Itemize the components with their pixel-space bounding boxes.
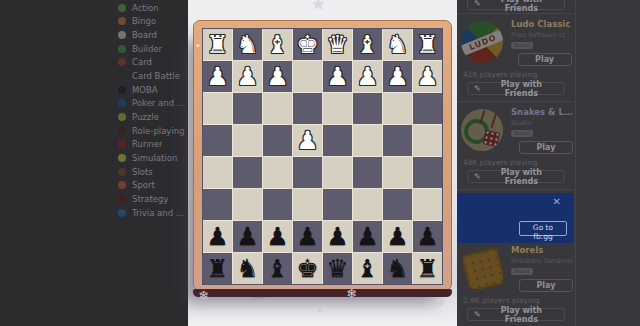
category-label: Simulation: [132, 153, 177, 163]
category-label: Poker and Table: [132, 98, 188, 108]
sidebar-item-bingo[interactable]: Bingo: [118, 15, 156, 27]
pencil-icon: ✎: [474, 0, 481, 8]
sidebar-item-poker-and-table[interactable]: Poker and Table: [118, 97, 188, 109]
play-button[interactable]: Play: [518, 53, 572, 66]
square-d2[interactable]: ♟: [323, 61, 352, 92]
category-badge: Board: [511, 268, 533, 275]
category-badge: Board: [511, 42, 533, 49]
square-g6[interactable]: [233, 189, 262, 220]
white-rook[interactable]: ♜: [413, 29, 442, 60]
sidebar-item-card[interactable]: Card: [118, 56, 152, 68]
square-e5[interactable]: [293, 157, 322, 188]
square-d1[interactable]: ♛: [323, 29, 352, 60]
play-button[interactable]: Play: [519, 279, 573, 292]
square-e6[interactable]: [293, 189, 322, 220]
sidebar-item-sport[interactable]: Sport: [118, 179, 155, 191]
square-h3[interactable]: [203, 93, 232, 124]
square-b6[interactable]: [383, 189, 412, 220]
square-a8[interactable]: ♜: [413, 253, 442, 284]
snakes-ladders-icon[interactable]: [461, 109, 503, 151]
square-c1[interactable]: ♝: [353, 29, 382, 60]
white-bishop[interactable]: ♝: [353, 29, 382, 60]
category-icon: [118, 17, 126, 25]
square-a3[interactable]: [413, 93, 442, 124]
square-e7[interactable]: ♟: [293, 221, 322, 252]
square-e2[interactable]: [293, 61, 322, 92]
sidebar-item-moba[interactable]: MOBA: [118, 84, 158, 96]
white-pawn[interactable]: ♟: [383, 61, 412, 92]
play-with-friends-label: Play with Friends: [485, 168, 558, 186]
square-b1[interactable]: ♞: [383, 29, 412, 60]
category-icon: [118, 140, 126, 148]
black-pawn[interactable]: ♟: [383, 221, 412, 252]
square-b5[interactable]: [383, 157, 412, 188]
game-title[interactable]: Morels: [511, 245, 573, 255]
black-queen[interactable]: ♛: [323, 253, 352, 284]
players-count: 2.9K players playing: [463, 296, 571, 305]
square-f5[interactable]: [263, 157, 292, 188]
square-f3[interactable]: [263, 93, 292, 124]
play-with-friends-button[interactable]: ✎Play with Friends: [467, 0, 565, 10]
chess-board-frame: ♜♞♝♚♛♝♞♜♟♟♟♟♟♟♟♟♟♟♟♟♟♟♟♟♜♞♝♚♛♝♞♜: [193, 20, 452, 291]
play-with-friends-button[interactable]: ✎Play with Friends: [467, 82, 565, 95]
black-king[interactable]: ♚: [293, 253, 322, 284]
players-count: 41K players playing: [463, 70, 571, 79]
game-developer: Shadcore Tamarend: [511, 257, 573, 265]
white-pawn[interactable]: ♟: [293, 125, 322, 156]
game-area: ♜♞♝♚♛♝♞♜♟♟♟♟♟♟♟♟♟♟♟♟♟♟♟♟♜♞♝♚♛♝♞♜ ★✦❄❄✦❄: [188, 0, 457, 326]
chess-board: ♜♞♝♚♛♝♞♜♟♟♟♟♟♟♟♟♟♟♟♟♟♟♟♟♜♞♝♚♛♝♞♜: [202, 28, 443, 285]
square-b7[interactable]: ♟: [383, 221, 412, 252]
square-a1[interactable]: ♜: [413, 29, 442, 60]
star-icon: ★: [310, 0, 326, 14]
square-c7[interactable]: ♟: [353, 221, 382, 252]
black-pawn[interactable]: ♟: [233, 221, 262, 252]
sidebar-item-puzzle[interactable]: Puzzle: [118, 111, 159, 123]
black-pawn[interactable]: ♟: [263, 221, 292, 252]
square-f7[interactable]: ♟: [263, 221, 292, 252]
category-icon: [118, 72, 126, 80]
category-sidebar: All CategoriesActionBingoBoardBuilderCar…: [118, 0, 188, 326]
category-icon: [118, 127, 126, 135]
white-pawn[interactable]: ♟: [413, 61, 442, 92]
square-d6[interactable]: [323, 189, 352, 220]
black-knight[interactable]: ♞: [383, 253, 412, 284]
black-knight[interactable]: ♞: [233, 253, 262, 284]
play-with-friends-label: Play with Friends: [485, 0, 558, 13]
category-icon: [118, 31, 126, 39]
star-icon: ✦: [316, 306, 324, 316]
game-title[interactable]: Snakes & Ladde…: [511, 107, 573, 117]
category-label: Strategy: [132, 194, 168, 204]
white-queen[interactable]: ♛: [323, 29, 352, 60]
white-king[interactable]: ♚: [293, 29, 322, 60]
sidebar-item-card-battle[interactable]: Card Battle: [118, 70, 180, 82]
square-f1[interactable]: ♝: [263, 29, 292, 60]
square-c3[interactable]: [353, 93, 382, 124]
play-with-friends-button[interactable]: ✎Play with Friends: [467, 308, 565, 321]
black-pawn[interactable]: ♟: [323, 221, 352, 252]
divider: [457, 101, 575, 102]
category-badge: Board: [511, 130, 533, 137]
square-e3[interactable]: [293, 93, 322, 124]
sidebar-item-strategy[interactable]: Strategy: [118, 193, 168, 205]
sidebar-item-runner[interactable]: Runner: [118, 138, 162, 150]
square-d8[interactable]: ♛: [323, 253, 352, 284]
category-icon: [118, 113, 126, 121]
category-icon: [118, 58, 126, 66]
category-label: Builder: [132, 44, 162, 54]
game-card-list: ✎Play with FriendsLUDOLudo ClassicFrizo …: [457, 0, 576, 326]
square-c5[interactable]: [353, 157, 382, 188]
square-a2[interactable]: ♟: [413, 61, 442, 92]
sidebar-item-builder[interactable]: Builder: [118, 43, 162, 55]
white-pawn[interactable]: ♟: [263, 61, 292, 92]
square-h5[interactable]: [203, 157, 232, 188]
square-f8[interactable]: ♝: [263, 253, 292, 284]
white-knight[interactable]: ♞: [233, 29, 262, 60]
black-pawn[interactable]: ♟: [203, 221, 232, 252]
square-e4[interactable]: ♟: [293, 125, 322, 156]
category-icon: [118, 45, 126, 53]
category-icon: [118, 181, 126, 189]
divider: [457, 189, 575, 190]
square-f4[interactable]: [263, 125, 292, 156]
white-pawn[interactable]: ♟: [203, 61, 232, 92]
game-card-snakes-ladde-: Snakes & Ladde…StudioBoardPlay48K player…: [457, 105, 575, 186]
square-h1[interactable]: ♜: [203, 29, 232, 60]
square-e1[interactable]: ♚: [293, 29, 322, 60]
pencil-icon: ✎: [474, 172, 481, 181]
square-e8[interactable]: ♚: [293, 253, 322, 284]
play-with-friends-label: Play with Friends: [485, 306, 558, 324]
sidebar-item-simulation[interactable]: Simulation: [118, 152, 177, 164]
black-rook[interactable]: ♜: [203, 253, 232, 284]
category-label: Puzzle: [132, 112, 159, 122]
white-rook[interactable]: ♜: [203, 29, 232, 60]
category-label: MOBA: [132, 85, 158, 95]
ludo-icon[interactable]: LUDO: [461, 21, 503, 63]
category-icon: [118, 99, 126, 107]
close-icon[interactable]: ✕: [547, 196, 567, 208]
carrom-board-shape: [461, 247, 503, 289]
category-label: Board: [132, 30, 157, 40]
white-pawn[interactable]: ♟: [323, 61, 352, 92]
play-button[interactable]: Play: [519, 141, 573, 154]
black-bishop[interactable]: ♝: [353, 253, 382, 284]
carrom-board-icon[interactable]: [461, 247, 503, 289]
category-icon: [118, 4, 126, 12]
square-g2[interactable]: ♟: [233, 61, 262, 92]
square-f2[interactable]: ♟: [263, 61, 292, 92]
square-a5[interactable]: [413, 157, 442, 188]
square-a6[interactable]: [413, 189, 442, 220]
play-with-friends-button[interactable]: ✎Play with Friends: [467, 170, 565, 183]
square-b8[interactable]: ♞: [383, 253, 412, 284]
category-label: Runner: [132, 139, 162, 149]
category-label: Bingo: [132, 16, 156, 26]
square-b2[interactable]: ♟: [383, 61, 412, 92]
snowflake-icon: ❄: [436, 296, 445, 309]
square-b4[interactable]: [383, 125, 412, 156]
square-g7[interactable]: ♟: [233, 221, 262, 252]
square-b3[interactable]: [383, 93, 412, 124]
category-label: Trivia and Word: [132, 208, 188, 218]
pencil-icon: ✎: [474, 310, 481, 319]
players-count: 48K players playing: [463, 158, 571, 167]
black-pawn[interactable]: ♟: [413, 221, 442, 252]
square-d5[interactable]: [323, 157, 352, 188]
category-icon: [118, 195, 126, 203]
go-to-fbgg-button[interactable]: Go to fb.gg: [519, 221, 567, 236]
pencil-icon: ✎: [474, 84, 481, 93]
sidebar-item-board[interactable]: Board: [118, 29, 157, 41]
dimmed-right-panel: ✎Play with FriendsLUDOLudo ClassicFrizo …: [457, 0, 640, 326]
category-icon: [118, 86, 126, 94]
square-d7[interactable]: ♟: [323, 221, 352, 252]
white-pawn[interactable]: ♟: [353, 61, 382, 92]
category-icon: [118, 168, 126, 176]
sidebar-item-slots[interactable]: Slots: [118, 166, 153, 178]
square-g5[interactable]: [233, 157, 262, 188]
dimmed-left-panel: All CategoriesActionBingoBoardBuilderCar…: [0, 0, 188, 326]
square-h7[interactable]: ♟: [203, 221, 232, 252]
dice-shape: [483, 130, 501, 148]
game-title[interactable]: Ludo Classic: [511, 19, 572, 29]
sidebar-item-role-playing[interactable]: Role-playing: [118, 125, 185, 137]
sidebar-item-trivia-and-word[interactable]: Trivia and Word: [118, 207, 188, 219]
square-d4[interactable]: [323, 125, 352, 156]
fbgg-promo-banner: ✕Go to fb.gg: [457, 193, 573, 243]
divider: [457, 13, 575, 14]
square-h2[interactable]: ♟: [203, 61, 232, 92]
black-pawn[interactable]: ♟: [293, 221, 322, 252]
category-icon: [118, 154, 126, 162]
square-g3[interactable]: [233, 93, 262, 124]
white-bishop[interactable]: ♝: [263, 29, 292, 60]
ludo-text: LUDO: [461, 27, 503, 58]
white-knight[interactable]: ♞: [383, 29, 412, 60]
category-label: Card Battle: [132, 71, 180, 81]
game-developer: Studio: [511, 119, 573, 127]
square-d3[interactable]: [323, 93, 352, 124]
black-pawn[interactable]: ♟: [353, 221, 382, 252]
category-label: Role-playing: [132, 126, 185, 136]
square-c2[interactable]: ♟: [353, 61, 382, 92]
square-f6[interactable]: [263, 189, 292, 220]
category-label: Action: [132, 3, 159, 13]
game-card-ludo-classic: LUDOLudo ClassicFrizo Software Lt…BoardP…: [457, 17, 575, 98]
category-icon: [118, 209, 126, 217]
square-h8[interactable]: ♜: [203, 253, 232, 284]
category-label: Card: [132, 57, 152, 67]
black-bishop[interactable]: ♝: [263, 253, 292, 284]
sidebar-item-action[interactable]: Action: [118, 2, 159, 14]
square-g4[interactable]: [233, 125, 262, 156]
square-c4[interactable]: [353, 125, 382, 156]
black-rook[interactable]: ♜: [413, 253, 442, 284]
square-a7[interactable]: ♟: [413, 221, 442, 252]
square-c6[interactable]: [353, 189, 382, 220]
game-card-morels: MorelsShadcore TamarendBoardPlay2.9K pla…: [457, 243, 575, 324]
square-g1[interactable]: ♞: [233, 29, 262, 60]
square-h6[interactable]: [203, 189, 232, 220]
square-h4[interactable]: [203, 125, 232, 156]
category-label: Sport: [132, 180, 155, 190]
square-a4[interactable]: [413, 125, 442, 156]
white-pawn[interactable]: ♟: [233, 61, 262, 92]
game-developer: Frizo Software Lt…: [511, 31, 572, 39]
category-label: Slots: [132, 167, 153, 177]
play-with-friends-label: Play with Friends: [485, 80, 558, 98]
square-g8[interactable]: ♞: [233, 253, 262, 284]
square-c8[interactable]: ♝: [353, 253, 382, 284]
